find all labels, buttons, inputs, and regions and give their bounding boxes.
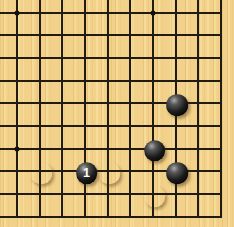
grid-line-vertical-K <box>16 0 18 218</box>
star-point-k10 <box>15 10 20 15</box>
black-stone-r6[interactable] <box>166 95 188 117</box>
grid-line-horizontal-row5 <box>0 125 222 127</box>
go-board-diagram[interactable]: 1 <box>0 0 234 227</box>
grid-line-horizontal-row7 <box>0 80 222 82</box>
grid-line-vertical-S <box>197 0 199 218</box>
grid-line-horizontal-row1 <box>0 216 222 218</box>
grid-line-vertical-L <box>39 0 41 218</box>
grid-line-horizontal-row2 <box>0 193 222 195</box>
grid-line-vertical-M <box>61 0 63 218</box>
star-point-q10 <box>151 10 156 15</box>
black-stone-r3[interactable] <box>166 163 188 185</box>
grid-line-horizontal-row4 <box>0 148 222 150</box>
grid-line-horizontal-row6 <box>0 102 222 104</box>
move-number-label: 1 <box>76 163 98 185</box>
grid-line-horizontal-row10 <box>0 12 222 14</box>
grid-line-vertical-P <box>129 0 131 218</box>
grid-line-horizontal-row9 <box>0 34 222 36</box>
white-stone-q2[interactable] <box>144 185 166 207</box>
grid-line-horizontal-row8 <box>0 57 222 59</box>
black-stone-q4[interactable] <box>144 140 166 162</box>
white-stone-l3[interactable] <box>30 163 52 185</box>
black-stone-n3[interactable]: 1 <box>76 163 98 185</box>
grid-line-vertical-N <box>84 0 86 218</box>
grid-line-vertical-T <box>220 0 222 218</box>
grid-line-vertical-O <box>107 0 109 218</box>
star-point-k4 <box>15 146 20 151</box>
white-stone-o3[interactable] <box>98 163 120 185</box>
